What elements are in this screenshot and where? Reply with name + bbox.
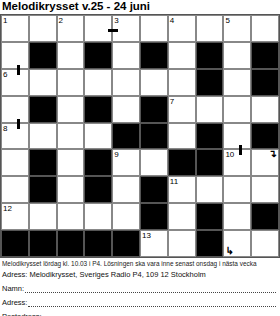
name-input-line[interactable] (25, 285, 276, 293)
cell-r7c5[interactable] (112, 176, 140, 203)
cell-r2c1[interactable] (1, 42, 29, 69)
top-bar-marker (239, 145, 242, 155)
page-title: Melodikrysset v.25 - 24 juni (2, 0, 280, 14)
cell-r1c7[interactable]: 4 (168, 15, 196, 42)
cell-r4c7[interactable]: 7 (168, 96, 196, 123)
cell-r1c5[interactable]: 3 (112, 15, 140, 42)
cell-r6c2-black (29, 149, 57, 176)
clue-number-7: 7 (170, 97, 174, 106)
cell-r8c9[interactable] (223, 203, 251, 230)
postal-address-field-row: Postadress: (2, 312, 278, 316)
cell-r7c2-black (29, 176, 57, 203)
footer: Melodikrysset lördag kl. 10.03 i P4. Lös… (2, 260, 278, 316)
cell-r7c3[interactable] (57, 176, 85, 203)
cell-r8c7[interactable] (168, 203, 196, 230)
address-info-text: Adress: Melodikrysset, Sveriges Radio P4… (2, 270, 278, 279)
cell-r4c9[interactable] (223, 96, 251, 123)
cell-r9c4-black (84, 230, 112, 257)
cell-r4c1[interactable] (1, 96, 29, 123)
clue-number-2: 2 (59, 16, 63, 25)
cell-r3c2[interactable] (29, 69, 57, 96)
cell-r8c6-black (140, 203, 168, 230)
clue-number-13: 13 (142, 231, 151, 240)
cell-r2c9[interactable] (223, 42, 251, 69)
address-label: Adress: (2, 298, 27, 307)
address-input-line[interactable] (28, 299, 276, 307)
cell-r6c3[interactable] (57, 149, 85, 176)
cell-r9c1-black (1, 230, 29, 257)
postal-address-label: Postadress: (2, 312, 42, 316)
clue-number-1: 1 (3, 16, 7, 25)
cell-r9c2-black (29, 230, 57, 257)
cell-r3c8-black (196, 69, 224, 96)
cell-r1c2[interactable] (29, 15, 57, 42)
clue-number-12: 12 (3, 204, 12, 213)
clue-number-3: 3 (114, 16, 118, 25)
cell-r7c1[interactable] (1, 176, 29, 203)
broadcast-info-text: Melodikrysset lördag kl. 10.03 i P4. Lös… (2, 260, 256, 267)
cell-r1c9[interactable]: 5 (223, 15, 251, 42)
cell-r6c9[interactable]: 10 (223, 149, 251, 176)
cell-r8c10-black (251, 203, 279, 230)
cell-r5c4[interactable] (84, 123, 112, 150)
cell-r2c6-black (140, 42, 168, 69)
clue-number-11: 11 (170, 177, 178, 186)
cell-r9c8-black (196, 230, 224, 257)
cell-r2c4-black (84, 42, 112, 69)
cell-r9c5-black (112, 230, 140, 257)
cell-r7c10[interactable] (251, 176, 279, 203)
clue-number-6: 6 (3, 70, 7, 79)
cell-r8c8-black (196, 203, 224, 230)
clue-number-10: 10 (225, 150, 234, 159)
cell-r2c10-black (251, 42, 279, 69)
cell-r9c3-black (57, 230, 85, 257)
cell-r2c2-black (29, 42, 57, 69)
cell-r6c4-black (84, 149, 112, 176)
cell-r9c10[interactable] (251, 230, 279, 257)
clue-number-9: 9 (114, 150, 118, 159)
top-bar-marker (17, 119, 20, 129)
cell-r3c10-black (251, 69, 279, 96)
cell-r8c3[interactable] (57, 203, 85, 230)
cell-r1c10[interactable] (251, 15, 279, 42)
cell-r1c3[interactable]: 2 (57, 15, 85, 42)
cell-r3c5[interactable] (112, 69, 140, 96)
cell-r5c1[interactable]: 8 (1, 123, 29, 150)
crossword-grid: 12345678910↴111213↳ (0, 14, 280, 258)
cell-r3c1[interactable]: 6 (1, 69, 29, 96)
cell-r8c5[interactable] (112, 203, 140, 230)
top-bar-marker (17, 65, 20, 75)
cell-r1c6[interactable] (140, 15, 168, 42)
cell-r9c6[interactable]: 13 (140, 230, 168, 257)
cell-r9c9[interactable]: ↳ (223, 230, 251, 257)
cell-r5c8-black (196, 123, 224, 150)
cell-r2c5[interactable] (112, 42, 140, 69)
cell-r1c1[interactable]: 1 (1, 15, 29, 42)
cell-r6c1[interactable] (1, 149, 29, 176)
cell-r4c10[interactable] (251, 96, 279, 123)
clue-number-5: 5 (225, 16, 229, 25)
cell-r7c7[interactable]: 11 (168, 176, 196, 203)
clue-number-4: 4 (170, 16, 174, 25)
cell-r5c7[interactable] (168, 123, 196, 150)
cell-r8c1[interactable]: 12 (1, 203, 29, 230)
cell-r6c8-black (196, 149, 224, 176)
cell-r9c7[interactable] (168, 230, 196, 257)
cell-r6c7-black (168, 149, 196, 176)
cell-r2c3[interactable] (57, 42, 85, 69)
cell-r6c6[interactable] (140, 149, 168, 176)
cell-r7c4-black (84, 176, 112, 203)
cell-r6c10[interactable]: ↴ (251, 149, 279, 176)
cell-r7c9[interactable] (223, 176, 251, 203)
cell-r7c6-black (140, 176, 168, 203)
cell-r4c3[interactable] (57, 96, 85, 123)
cell-r4c6-black (140, 96, 168, 123)
cell-r4c8[interactable] (196, 96, 224, 123)
cell-r5c2[interactable] (29, 123, 57, 150)
cell-r8c4[interactable] (84, 203, 112, 230)
cell-r3c3[interactable] (57, 69, 85, 96)
cell-r4c2-black (29, 96, 57, 123)
address-field-row: Adress: (2, 298, 278, 307)
turn-arrow-icon: ↳ (225, 246, 233, 256)
cell-r4c5[interactable] (112, 96, 140, 123)
cell-r2c7[interactable] (168, 42, 196, 69)
cell-r3c6[interactable] (140, 69, 168, 96)
turn-arrow-icon: ↴ (269, 149, 277, 159)
cell-r5c3[interactable] (57, 123, 85, 150)
name-label: Namn: (2, 284, 24, 293)
cell-r8c2[interactable] (29, 203, 57, 230)
cell-r1c8[interactable] (196, 15, 224, 42)
cell-r5c6-black (140, 123, 168, 150)
cell-r6c5[interactable]: 9 (112, 149, 140, 176)
cell-r4c4-black (84, 96, 112, 123)
left-bar-marker (108, 29, 118, 32)
cell-r5c5-black (112, 123, 140, 150)
cell-r2c8-black (196, 42, 224, 69)
cell-r5c10-black (251, 123, 279, 150)
cell-r3c7[interactable] (168, 69, 196, 96)
cell-r7c8[interactable] (196, 176, 224, 203)
name-field-row: Namn: (2, 284, 278, 293)
cell-r3c4[interactable] (84, 69, 112, 96)
clue-number-8: 8 (3, 124, 7, 133)
cell-r5c9[interactable] (223, 123, 251, 150)
cell-r3c9[interactable] (223, 69, 251, 96)
